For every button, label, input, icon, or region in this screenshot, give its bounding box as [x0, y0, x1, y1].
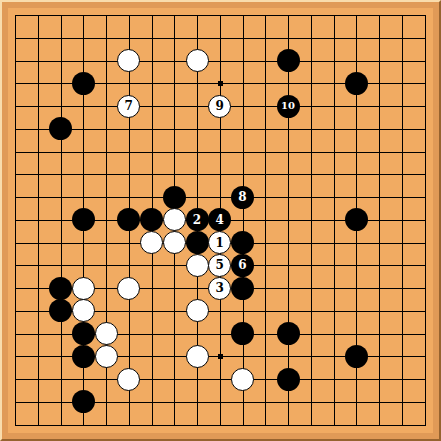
move-number-label: 9 — [216, 100, 224, 112]
black-stone — [72, 322, 95, 345]
black-stone-move-2: 2 — [186, 208, 209, 231]
black-stone — [345, 208, 368, 231]
grid-line-vertical — [334, 15, 335, 426]
move-number-label: 2 — [193, 214, 201, 226]
white-stone — [186, 345, 209, 368]
move-number-label: 6 — [238, 259, 246, 271]
white-stone — [117, 277, 140, 300]
white-stone-move-5: 5 — [208, 254, 231, 277]
star-point — [218, 81, 223, 86]
white-stone-move-7: 7 — [117, 95, 140, 118]
black-stone — [49, 277, 72, 300]
white-stone — [231, 368, 254, 391]
grid-line-vertical — [288, 15, 289, 426]
black-stone — [231, 277, 254, 300]
black-stone — [72, 208, 95, 231]
black-stone-move-6: 6 — [231, 254, 254, 277]
white-stone — [117, 49, 140, 72]
move-number-label: 10 — [281, 101, 295, 111]
move-number-label: 4 — [216, 214, 224, 226]
move-number-label: 7 — [125, 100, 133, 112]
grid-line-vertical — [425, 15, 426, 426]
white-stone-move-1: 1 — [208, 231, 231, 254]
white-stone — [72, 299, 95, 322]
white-stone-move-9: 9 — [208, 95, 231, 118]
white-stone-move-3: 3 — [208, 277, 231, 300]
white-stone — [186, 49, 209, 72]
black-stone — [72, 390, 95, 413]
star-point — [218, 354, 223, 359]
grid-line-horizontal — [15, 425, 426, 426]
black-stone — [231, 322, 254, 345]
black-stone — [163, 186, 186, 209]
white-stone — [163, 208, 186, 231]
black-stone — [72, 345, 95, 368]
black-stone — [277, 49, 300, 72]
white-stone — [163, 231, 186, 254]
grid-line-vertical — [265, 15, 266, 426]
move-number-label: 8 — [238, 191, 246, 203]
black-stone-move-4: 4 — [208, 208, 231, 231]
black-stone — [231, 231, 254, 254]
black-stone — [117, 208, 140, 231]
white-stone — [140, 231, 163, 254]
black-stone-move-8: 8 — [231, 186, 254, 209]
white-stone — [117, 368, 140, 391]
grid-line-vertical — [243, 15, 244, 426]
black-stone-move-10: 10 — [277, 95, 300, 118]
grid-line-vertical — [379, 15, 380, 426]
black-stone — [277, 322, 300, 345]
move-number-label: 5 — [216, 259, 224, 271]
grid-line-vertical — [402, 15, 403, 426]
black-stone — [49, 117, 72, 140]
white-stone — [95, 345, 118, 368]
black-stone — [186, 231, 209, 254]
black-stone — [345, 345, 368, 368]
black-stone — [345, 72, 368, 95]
black-stone — [277, 368, 300, 391]
white-stone — [72, 277, 95, 300]
black-stone — [72, 72, 95, 95]
move-number-label: 3 — [216, 282, 224, 294]
black-stone — [49, 299, 72, 322]
move-number-label: 1 — [216, 237, 224, 249]
white-stone — [95, 322, 118, 345]
black-stone — [140, 208, 163, 231]
white-stone — [186, 254, 209, 277]
grid-line-vertical — [311, 15, 312, 426]
white-stone — [186, 299, 209, 322]
go-board-field: 79108241563 — [8, 8, 433, 433]
grid-line-horizontal — [15, 379, 426, 380]
go-board: 79108241563 — [0, 0, 441, 441]
